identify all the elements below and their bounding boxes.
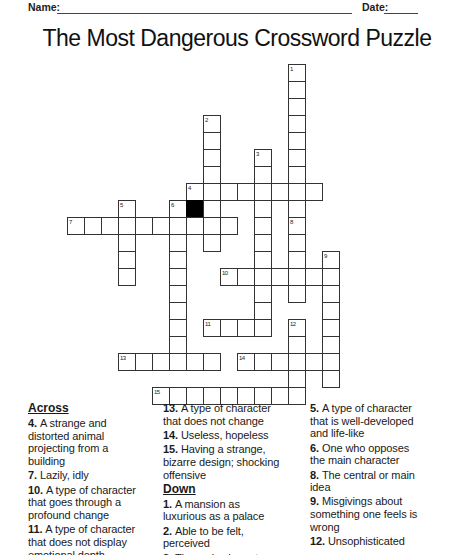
clue-9: 9. Misgivings aboutsomething one feels i… [310, 495, 470, 533]
grid-cell [305, 183, 323, 201]
clue-number-prefix: 7. [28, 469, 40, 481]
clue-11: 11. A type of characterthat does not dis… [28, 523, 160, 555]
clue-line: building [28, 455, 160, 468]
clue-line: that goes through a [28, 496, 160, 509]
grid-cell [322, 319, 340, 337]
grid-cell [254, 353, 272, 371]
grid-cell [288, 217, 306, 235]
grid-cell [203, 200, 221, 218]
page-title: The Most Dangerous Crossword Puzzle [0, 26, 474, 51]
clue-number-prefix: 14. [163, 429, 181, 441]
grid-cell [288, 166, 306, 184]
clue-line: projecting from a [28, 442, 160, 455]
crossword-grid: 123456789101112131415 [67, 64, 340, 405]
clue-5: 5. A type of characterthat is well-devel… [310, 402, 470, 440]
grid-cell [203, 115, 221, 133]
grid-cell [169, 302, 187, 320]
clue-10: 10. A type of characterthat goes through… [28, 484, 160, 522]
clue-line: offensive [163, 469, 305, 482]
clue-7: 7. Lazily, idly [28, 469, 160, 482]
grid-cell [169, 319, 187, 337]
clue-8: 8. The central or mainidea [310, 469, 470, 494]
grid-cell [169, 336, 187, 354]
clue-line: 13. A type of character [163, 402, 305, 415]
clue-line: that does not display [28, 536, 160, 549]
grid-cell [254, 319, 272, 337]
clue-number-prefix: 5. [310, 402, 322, 414]
clue-15: 15. Having a strange,bizarre design; sho… [163, 443, 305, 481]
clue-number-prefix: 12. [310, 535, 328, 547]
grid-cell [271, 183, 289, 201]
date-blank-line [384, 3, 418, 14]
grid-cell [271, 268, 289, 286]
grid-cell [322, 268, 340, 286]
clue-line: 10. A type of character [28, 484, 160, 497]
clue-line: luxurious as a palace [163, 510, 305, 523]
grid-cell [322, 285, 340, 303]
clue-number-prefix: 9. [310, 495, 322, 507]
clue-line: 5. A type of character [310, 402, 470, 415]
clue-6: 6. One who opposesthe main character [310, 442, 470, 467]
clue-number-prefix: 1. [163, 498, 175, 510]
clue-line: bizarre design; shocking [163, 456, 305, 469]
grid-cell [203, 183, 221, 201]
clue-line: that is well-developed [310, 415, 470, 428]
clue-line: 6. One who opposes [310, 442, 470, 455]
grid-cell [322, 370, 340, 388]
clue-14: 14. Useless, hopeless [163, 429, 305, 442]
grid-cell [288, 64, 306, 82]
clue-number-prefix: 4. [28, 417, 40, 429]
grid-cell [288, 251, 306, 269]
clue-line: 3. The main character [163, 552, 305, 555]
clue-number-prefix: 2. [163, 525, 175, 537]
grid-cell [322, 251, 340, 269]
name-label: Name: [28, 1, 60, 13]
clue-line: 8. The central or main [310, 469, 470, 482]
clue-12: 12. Unsophisticated [310, 535, 470, 548]
grid-cell [237, 319, 255, 337]
grid-cell [118, 217, 136, 235]
grid-cell [203, 149, 221, 167]
grid-cell [254, 183, 272, 201]
grid-cell [322, 302, 340, 320]
clue-2: 2. Able to be felt,perceived [163, 525, 305, 550]
grid-cell [288, 132, 306, 150]
clue-line: 4. A strange and [28, 417, 160, 430]
grid-cell [254, 200, 272, 218]
grid-cell [322, 353, 340, 371]
clue-line: 2. Able to be felt, [163, 525, 305, 538]
clue-column-3: 5. A type of characterthat is well-devel… [310, 402, 470, 549]
clue-number-prefix: 10. [28, 484, 46, 496]
clue-line: the main character [310, 454, 470, 467]
grid-cell [84, 217, 102, 235]
clue-line: perceived [163, 537, 305, 550]
grid-cell [203, 132, 221, 150]
grid-cell [118, 234, 136, 252]
grid-cell [169, 234, 187, 252]
grid-cell [322, 336, 340, 354]
clue-line: 7. Lazily, idly [28, 469, 160, 482]
grid-cell [203, 217, 221, 235]
grid-cell [186, 183, 204, 201]
grid-cell [169, 251, 187, 269]
clue-line: 12. Unsophisticated [310, 535, 470, 548]
clue-section-heading-across: Across [28, 402, 160, 416]
grid-cell [220, 183, 238, 201]
grid-cell [288, 200, 306, 218]
grid-cell [220, 217, 238, 235]
grid-cell [254, 251, 272, 269]
grid-cell [288, 370, 306, 388]
grid-cell [220, 319, 238, 337]
clue-column-1: Across4. A strange anddistorted animalpr… [28, 402, 160, 555]
clue-line: profound change [28, 509, 160, 522]
grid-cell [237, 268, 255, 286]
grid-cell [220, 268, 238, 286]
clue-section-heading-down: Down [163, 483, 305, 497]
grid-cell [118, 268, 136, 286]
grid-cell [237, 353, 255, 371]
grid-cell [305, 268, 323, 286]
clue-number-prefix: 11. [28, 523, 45, 535]
clue-number-prefix: 13. [163, 402, 181, 414]
black-cell [186, 200, 204, 218]
grid-cell [135, 353, 153, 371]
grid-cell [288, 234, 306, 252]
grid-cell [288, 149, 306, 167]
clue-number-prefix: 3. [163, 552, 175, 555]
grid-cell [186, 217, 204, 235]
grid-cell [288, 336, 306, 354]
grid-cell [169, 200, 187, 218]
grid-cell [118, 353, 136, 371]
clue-line: idea [310, 481, 470, 494]
grid-cell [203, 353, 221, 371]
clue-number-prefix: 8. [310, 469, 322, 481]
clue-line: 14. Useless, hopeless [163, 429, 305, 442]
clue-column-2: 13. A type of characterthat does not cha… [163, 402, 305, 555]
clue-number-prefix: 15. [163, 443, 181, 455]
grid-cell [67, 217, 85, 235]
grid-cell [254, 217, 272, 235]
grid-cell [254, 234, 272, 252]
grid-cell [118, 251, 136, 269]
grid-cell [254, 166, 272, 184]
grid-cell [288, 268, 306, 286]
grid-cell [152, 353, 170, 371]
grid-cell [203, 319, 221, 337]
grid-cell [203, 234, 221, 252]
grid-cell [152, 217, 170, 235]
grid-cell [169, 268, 187, 286]
clue-1: 1. A mansion asluxurious as a palace [163, 498, 305, 523]
grid-cell [118, 200, 136, 218]
grid-cell [203, 166, 221, 184]
grid-cell [254, 302, 272, 320]
grid-cell [254, 268, 272, 286]
grid-cell [305, 353, 323, 371]
clue-line: 1. A mansion as [163, 498, 305, 511]
clue-line: wrong [310, 521, 470, 534]
clue-line: 11. A type of character [28, 523, 160, 536]
clue-line: 15. Having a strange, [163, 443, 305, 456]
clue-line: and life-like [310, 427, 470, 440]
grid-cell [288, 81, 306, 99]
grid-cell [288, 98, 306, 116]
grid-cell [169, 353, 187, 371]
clue-line: distorted animal [28, 430, 160, 443]
clue-number-prefix: 6. [310, 442, 322, 454]
clue-13: 13. A type of characterthat does not cha… [163, 402, 305, 427]
clue-4: 4. A strange anddistorted animalprojecti… [28, 417, 160, 468]
worksheet-page: Name: Date: The Most Dangerous Crossword… [0, 0, 474, 555]
name-blank-line [57, 3, 352, 14]
grid-cell [254, 149, 272, 167]
grid-cell [101, 217, 119, 235]
grid-cell [288, 115, 306, 133]
grid-cell [288, 319, 306, 337]
grid-cell [254, 285, 272, 303]
clue-line: 9. Misgivings about [310, 495, 470, 508]
grid-cell [135, 217, 153, 235]
clue-line: that does not change [163, 415, 305, 428]
grid-cell [169, 285, 187, 303]
grid-cell [288, 285, 306, 303]
grid-cell [288, 353, 306, 371]
grid-cell [237, 183, 255, 201]
grid-cell [186, 353, 204, 371]
clue-line: emotional depth [28, 549, 160, 555]
clue-line: something one feels is [310, 508, 470, 521]
grid-cell [169, 217, 187, 235]
grid-cell [271, 353, 289, 371]
grid-cell [288, 183, 306, 201]
clue-3: 3. The main character [163, 552, 305, 555]
